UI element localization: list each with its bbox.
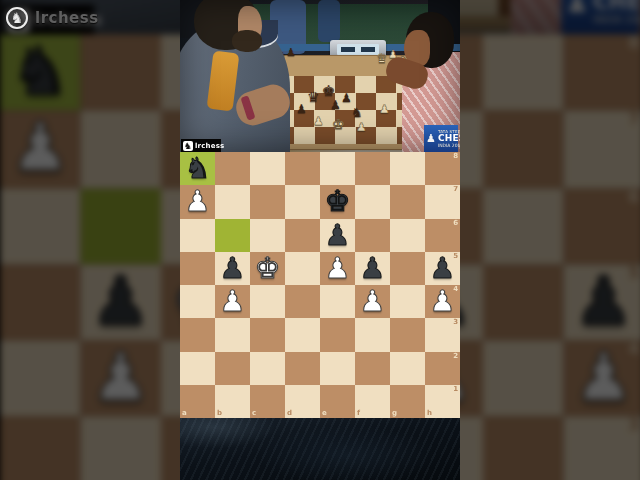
black-king-e7: ♚ xyxy=(320,185,355,218)
square-c5: ♚ xyxy=(250,252,285,285)
coord-file-g: g xyxy=(392,410,397,417)
event-banner: ♟ TATA STEEL CHESS INDIA 2019 xyxy=(424,125,458,152)
square-f8 xyxy=(355,152,390,185)
square-a3 xyxy=(180,318,215,351)
coord-rank-5: 5 xyxy=(453,253,458,260)
coord-rank-6: 6 xyxy=(453,220,458,227)
square-c8 xyxy=(250,152,285,185)
black-pawn-e6: ♟ xyxy=(320,219,355,252)
square-c3 xyxy=(250,318,285,351)
square-e2 xyxy=(320,352,355,385)
coord-rank-2: 2 xyxy=(453,353,458,360)
knight-icon: ♞ xyxy=(183,141,193,151)
watermark-strip: ♞ lrchess xyxy=(181,139,221,152)
square-h8: 8 xyxy=(425,152,460,185)
board: ♞8♟♚7♟6♟♚♟♟♟5♟♟♟432abcdefgh1 xyxy=(180,152,460,418)
square-h7: 7 xyxy=(425,185,460,218)
square-a1: a xyxy=(180,385,215,418)
square-e6: ♟ xyxy=(320,219,355,252)
square-a8: ♞ xyxy=(180,152,215,185)
banner-line2: CHESS xyxy=(438,134,460,143)
square-e8 xyxy=(320,152,355,185)
black-knight-a8: ♞ xyxy=(180,152,215,185)
square-g8 xyxy=(390,152,425,185)
square-f1: f xyxy=(355,385,390,418)
white-pawn-f4: ♟ xyxy=(355,285,390,318)
square-h5: ♟5 xyxy=(425,252,460,285)
square-e5: ♟ xyxy=(320,252,355,285)
coord-file-h: h xyxy=(427,410,432,417)
spectator-jeans xyxy=(318,0,340,42)
knight-logo-icon: ♞ xyxy=(6,7,28,29)
water-footer xyxy=(180,418,460,480)
square-a4 xyxy=(180,285,215,318)
players-photo: ♚♛♟♟♟♞♟♟♚♟♟♜♞♝♟♛♟♞♟ ♟ TATA STEEL CHESS I… xyxy=(180,0,460,152)
square-b8 xyxy=(215,152,250,185)
white-pawn-e5: ♟ xyxy=(320,252,355,285)
square-d8 xyxy=(285,152,320,185)
square-f5: ♟ xyxy=(355,252,390,285)
square-f4: ♟ xyxy=(355,285,390,318)
square-b7 xyxy=(215,185,250,218)
coord-file-a: a xyxy=(182,410,187,417)
square-b4: ♟ xyxy=(215,285,250,318)
square-d6 xyxy=(285,219,320,252)
square-h2: 2 xyxy=(425,352,460,385)
square-e7: ♚ xyxy=(320,185,355,218)
clock-screen xyxy=(337,44,379,55)
square-g4 xyxy=(390,285,425,318)
coord-file-f: f xyxy=(357,410,360,417)
left-player-beard xyxy=(232,30,262,52)
square-d2 xyxy=(285,352,320,385)
banner-pawn-icon: ♟ xyxy=(426,133,436,144)
clock-digits xyxy=(341,47,355,52)
watermark-label: lrchess xyxy=(195,142,224,150)
black-pawn-f5: ♟ xyxy=(355,252,390,285)
clock-digits xyxy=(361,47,375,52)
square-e1: e xyxy=(320,385,355,418)
square-f3 xyxy=(355,318,390,351)
coord-file-b: b xyxy=(217,410,222,417)
square-g6 xyxy=(390,219,425,252)
square-d5 xyxy=(285,252,320,285)
banner-line3: INDIA 2019 xyxy=(438,143,460,149)
square-g2 xyxy=(390,352,425,385)
video-frame: ♚♛♟♟♟♞♟♟♚♟♟♜♞♝♟♛♟♞♟ ♟ TATA STEEL CHESS I… xyxy=(0,0,640,480)
square-d7 xyxy=(285,185,320,218)
coord-rank-8: 8 xyxy=(453,153,458,160)
coord-rank-3: 3 xyxy=(453,319,458,326)
white-king-c5: ♚ xyxy=(250,252,285,285)
square-c7 xyxy=(250,185,285,218)
square-h6: 6 xyxy=(425,219,460,252)
square-d1: d xyxy=(285,385,320,418)
square-d4 xyxy=(285,285,320,318)
square-g5 xyxy=(390,252,425,285)
coord-file-e: e xyxy=(322,410,327,417)
square-b2 xyxy=(215,352,250,385)
square-b3 xyxy=(215,318,250,351)
square-g1: g xyxy=(390,385,425,418)
square-b5: ♟ xyxy=(215,252,250,285)
square-c6 xyxy=(250,219,285,252)
square-a2 xyxy=(180,352,215,385)
coord-rank-1: 1 xyxy=(453,386,458,393)
square-h1: h1 xyxy=(425,385,460,418)
square-h4: ♟4 xyxy=(425,285,460,318)
black-pawn-b5: ♟ xyxy=(215,252,250,285)
square-g3 xyxy=(390,318,425,351)
coord-rank-4: 4 xyxy=(453,286,458,293)
coord-file-c: c xyxy=(252,410,256,417)
banner-text: TATA STEEL CHESS INDIA 2019 xyxy=(438,129,460,149)
square-a7: ♟ xyxy=(180,185,215,218)
square-h3: 3 xyxy=(425,318,460,351)
square-a5 xyxy=(180,252,215,285)
square-b1: b xyxy=(215,385,250,418)
video-content-strip: ♚♛♟♟♟♞♟♟♚♟♟♜♞♝♟♛♟♞♟ ♟ TATA STEEL CHESS I… xyxy=(180,0,460,480)
coord-rank-7: 7 xyxy=(453,186,458,193)
square-d3 xyxy=(285,318,320,351)
square-f7 xyxy=(355,185,390,218)
square-c4 xyxy=(250,285,285,318)
square-b6 xyxy=(215,219,250,252)
coord-file-d: d xyxy=(287,410,292,417)
square-e3 xyxy=(320,318,355,351)
square-e4 xyxy=(320,285,355,318)
square-c1: c xyxy=(250,385,285,418)
square-c2 xyxy=(250,352,285,385)
white-pawn-b4: ♟ xyxy=(215,285,250,318)
channel-logo: ♞ lrchess xyxy=(6,7,99,29)
square-a6 xyxy=(180,219,215,252)
white-pawn-a7: ♟ xyxy=(180,185,215,218)
channel-logo-label: lrchess xyxy=(35,9,99,27)
square-f6 xyxy=(355,219,390,252)
square-g7 xyxy=(390,185,425,218)
square-f2 xyxy=(355,352,390,385)
